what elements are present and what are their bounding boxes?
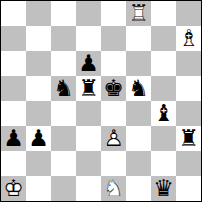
white-rook-glyph: ♖ bbox=[126, 1, 151, 26]
black-bishop-glyph: ♝ bbox=[151, 101, 176, 126]
square-d8[interactable] bbox=[76, 1, 101, 26]
square-c3[interactable] bbox=[51, 126, 76, 151]
black-knight-glyph: ♞ bbox=[51, 76, 76, 101]
black-rook[interactable]: ♜ bbox=[76, 76, 101, 101]
square-h2[interactable] bbox=[176, 151, 201, 176]
square-b5[interactable] bbox=[26, 76, 51, 101]
square-b7[interactable] bbox=[26, 26, 51, 51]
square-a8[interactable] bbox=[1, 1, 26, 26]
square-f7[interactable] bbox=[126, 26, 151, 51]
square-h7[interactable]: ♝♗ bbox=[176, 26, 201, 51]
chess-diagram: ♜♖♝♗♟♞♜♚♞♝♟♟♟♙♜♚♔♞♘♛ bbox=[0, 0, 202, 202]
black-king-glyph: ♚ bbox=[101, 76, 126, 101]
square-c1[interactable] bbox=[51, 176, 76, 201]
black-pawn[interactable]: ♟ bbox=[26, 126, 51, 151]
square-c6[interactable] bbox=[51, 51, 76, 76]
square-f4[interactable] bbox=[126, 101, 151, 126]
square-f8[interactable]: ♜♖ bbox=[126, 1, 151, 26]
white-knight[interactable]: ♞♘ bbox=[101, 176, 126, 201]
square-f5[interactable]: ♞ bbox=[126, 76, 151, 101]
white-king-glyph: ♔ bbox=[1, 176, 26, 201]
square-h3[interactable]: ♜ bbox=[176, 126, 201, 151]
black-bishop[interactable]: ♝ bbox=[151, 101, 176, 126]
black-knight-glyph: ♞ bbox=[126, 76, 151, 101]
square-g2[interactable] bbox=[151, 151, 176, 176]
square-f1[interactable] bbox=[126, 176, 151, 201]
square-a5[interactable] bbox=[1, 76, 26, 101]
square-f2[interactable] bbox=[126, 151, 151, 176]
square-b8[interactable] bbox=[26, 1, 51, 26]
square-h4[interactable] bbox=[176, 101, 201, 126]
black-pawn-glyph: ♟ bbox=[76, 51, 101, 76]
square-f6[interactable] bbox=[126, 51, 151, 76]
black-rook-glyph: ♜ bbox=[176, 126, 201, 151]
square-d5[interactable]: ♜ bbox=[76, 76, 101, 101]
square-e4[interactable] bbox=[101, 101, 126, 126]
square-e2[interactable] bbox=[101, 151, 126, 176]
black-pawn[interactable]: ♟ bbox=[1, 126, 26, 151]
square-f3[interactable] bbox=[126, 126, 151, 151]
square-g7[interactable] bbox=[151, 26, 176, 51]
white-bishop[interactable]: ♝♗ bbox=[176, 26, 201, 51]
square-d2[interactable] bbox=[76, 151, 101, 176]
white-king[interactable]: ♚♔ bbox=[1, 176, 26, 201]
black-queen-glyph: ♛ bbox=[151, 176, 176, 201]
chessboard: ♜♖♝♗♟♞♜♚♞♝♟♟♟♙♜♚♔♞♘♛ bbox=[0, 0, 202, 202]
square-d7[interactable] bbox=[76, 26, 101, 51]
square-d6[interactable]: ♟ bbox=[76, 51, 101, 76]
square-c2[interactable] bbox=[51, 151, 76, 176]
white-bishop-glyph: ♗ bbox=[176, 26, 201, 51]
white-rook[interactable]: ♜♖ bbox=[126, 1, 151, 26]
square-a3[interactable]: ♟ bbox=[1, 126, 26, 151]
square-g4[interactable]: ♝ bbox=[151, 101, 176, 126]
square-c8[interactable] bbox=[51, 1, 76, 26]
square-c7[interactable] bbox=[51, 26, 76, 51]
square-c5[interactable]: ♞ bbox=[51, 76, 76, 101]
square-g3[interactable] bbox=[151, 126, 176, 151]
square-b6[interactable] bbox=[26, 51, 51, 76]
square-g5[interactable] bbox=[151, 76, 176, 101]
square-g1[interactable]: ♛ bbox=[151, 176, 176, 201]
square-h6[interactable] bbox=[176, 51, 201, 76]
square-e8[interactable] bbox=[101, 1, 126, 26]
black-rook-glyph: ♜ bbox=[76, 76, 101, 101]
black-knight[interactable]: ♞ bbox=[51, 76, 76, 101]
square-h1[interactable] bbox=[176, 176, 201, 201]
square-b2[interactable] bbox=[26, 151, 51, 176]
white-pawn-glyph: ♙ bbox=[101, 126, 126, 151]
white-pawn[interactable]: ♟♙ bbox=[101, 126, 126, 151]
square-e3[interactable]: ♟♙ bbox=[101, 126, 126, 151]
white-knight-glyph: ♘ bbox=[101, 176, 126, 201]
square-d4[interactable] bbox=[76, 101, 101, 126]
square-b3[interactable]: ♟ bbox=[26, 126, 51, 151]
square-a1[interactable]: ♚♔ bbox=[1, 176, 26, 201]
black-knight[interactable]: ♞ bbox=[126, 76, 151, 101]
square-b4[interactable] bbox=[26, 101, 51, 126]
square-h8[interactable] bbox=[176, 1, 201, 26]
square-d1[interactable] bbox=[76, 176, 101, 201]
square-h5[interactable] bbox=[176, 76, 201, 101]
square-a4[interactable] bbox=[1, 101, 26, 126]
black-pawn-glyph: ♟ bbox=[1, 126, 26, 151]
square-g6[interactable] bbox=[151, 51, 176, 76]
square-e1[interactable]: ♞♘ bbox=[101, 176, 126, 201]
square-b1[interactable] bbox=[26, 176, 51, 201]
square-g8[interactable] bbox=[151, 1, 176, 26]
square-e7[interactable] bbox=[101, 26, 126, 51]
square-a2[interactable] bbox=[1, 151, 26, 176]
square-c4[interactable] bbox=[51, 101, 76, 126]
black-queen[interactable]: ♛ bbox=[151, 176, 176, 201]
square-d3[interactable] bbox=[76, 126, 101, 151]
square-e6[interactable] bbox=[101, 51, 126, 76]
black-pawn[interactable]: ♟ bbox=[76, 51, 101, 76]
square-a7[interactable] bbox=[1, 26, 26, 51]
square-a6[interactable] bbox=[1, 51, 26, 76]
black-pawn-glyph: ♟ bbox=[26, 126, 51, 151]
square-e5[interactable]: ♚ bbox=[101, 76, 126, 101]
black-king[interactable]: ♚ bbox=[101, 76, 126, 101]
black-rook[interactable]: ♜ bbox=[176, 126, 201, 151]
